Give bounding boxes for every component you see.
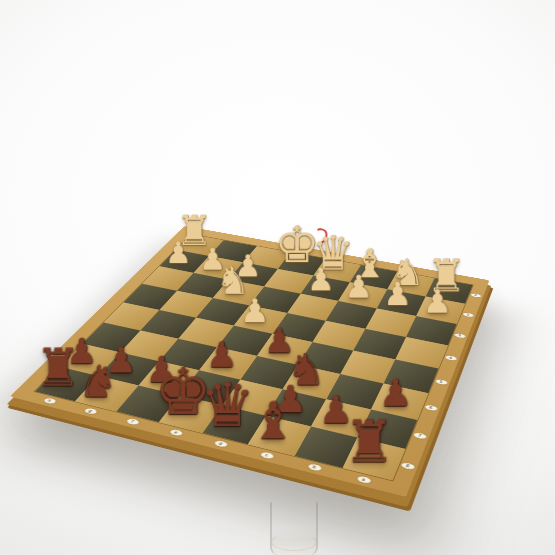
glass-cylinder-pedestal xyxy=(270,502,318,555)
piece-black-rook-h8: ♜ xyxy=(35,342,81,394)
piece-black-rook-a8: ♜ xyxy=(343,413,395,470)
edge-label-f: f xyxy=(125,418,140,425)
piece-white-pawn-a2: ♟ xyxy=(423,285,452,317)
edge-label-e: e xyxy=(168,428,183,436)
piece-black-queen-d8: ♛ xyxy=(200,375,254,436)
piece-black-pawn-a6: ♟ xyxy=(379,374,412,411)
piece-black-knight-g8: ♞ xyxy=(78,359,118,404)
chess-board: ♜♚♛♝♞♜♟♟♟♟♟♟♟♞♟♟♟♞♟♟♟♟♟♟♜♞♚♛♝♜ hgfedcba … xyxy=(10,226,490,497)
edge-label-b: b xyxy=(307,463,322,471)
piece-white-pawn-h2: ♟ xyxy=(165,238,191,267)
edge-label-c: c xyxy=(259,451,274,459)
piece-white-pawn-c2: ♟ xyxy=(345,271,373,302)
edge-label-8: 8 xyxy=(400,461,415,469)
edge-label-5: 5 xyxy=(434,378,447,385)
piece-black-bishop-c8: ♝ xyxy=(250,396,296,447)
edge-label-1: 1 xyxy=(470,293,482,298)
edge-label-6: 6 xyxy=(424,404,438,411)
photo-backdrop: ♜♚♛♝♞♜♟♟♟♟♟♟♟♞♟♟♟♞♟♟♟♟♟♟♜♞♚♛♝♜ hgfedcba … xyxy=(0,0,555,555)
edge-label-4: 4 xyxy=(444,355,457,361)
edge-label-d: d xyxy=(213,439,228,447)
edge-label-h: h xyxy=(42,397,57,404)
edge-label-g: g xyxy=(83,407,98,414)
board-grid: ♜♚♛♝♞♜♟♟♟♟♟♟♟♞♟♟♟♞♟♟♟♟♟♟♜♞♚♛♝♜ xyxy=(33,234,473,482)
piece-white-pawn-d2: ♟ xyxy=(307,264,335,295)
piece-white-pawn-b2: ♟ xyxy=(383,278,411,310)
edge-label-a: a xyxy=(356,475,372,484)
edge-label-7: 7 xyxy=(412,431,427,439)
edge-label-2: 2 xyxy=(462,312,474,317)
edge-label-3: 3 xyxy=(453,332,465,338)
